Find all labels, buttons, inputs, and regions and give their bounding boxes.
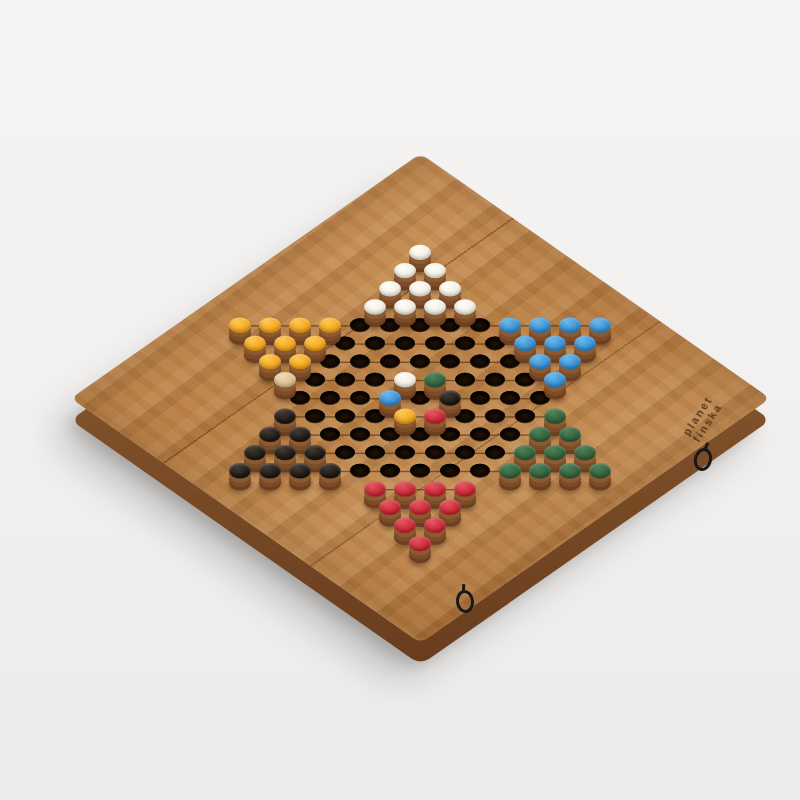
hole	[470, 427, 490, 441]
peg-blue[interactable]	[514, 336, 536, 351]
peg-green[interactable]	[544, 409, 566, 424]
hole	[440, 355, 460, 369]
hole	[365, 409, 385, 423]
hole	[350, 464, 370, 478]
peg-black[interactable]	[319, 463, 341, 478]
peg-white[interactable]	[409, 245, 431, 260]
peg-red[interactable]	[394, 518, 416, 533]
board-row	[410, 535, 430, 553]
hole	[425, 336, 445, 350]
hole	[515, 409, 535, 423]
peg-blue[interactable]	[499, 318, 521, 333]
board-row	[395, 262, 445, 280]
hole	[290, 391, 310, 405]
hole	[305, 409, 325, 423]
hole	[530, 391, 550, 405]
peg-blue[interactable]	[529, 318, 551, 333]
peg-yellow[interactable]	[289, 318, 311, 333]
hole	[320, 391, 340, 405]
hole	[455, 373, 475, 387]
peg-blue[interactable]	[559, 354, 581, 369]
peg-black[interactable]	[259, 427, 281, 442]
hole	[425, 446, 445, 460]
hole	[305, 373, 325, 387]
peg-yellow[interactable]	[394, 409, 416, 424]
board-row	[365, 298, 475, 316]
hole	[380, 427, 400, 441]
hole	[350, 318, 370, 332]
peg-green[interactable]	[499, 463, 521, 478]
hole	[380, 355, 400, 369]
hole	[470, 464, 490, 478]
hole	[500, 391, 520, 405]
hole	[500, 427, 520, 441]
peg-black[interactable]	[304, 445, 326, 460]
peg-white[interactable]	[409, 281, 431, 296]
product-photo: planet finska	[0, 0, 800, 800]
board-row	[380, 498, 460, 516]
hole	[410, 391, 430, 405]
hole	[380, 318, 400, 332]
board-row	[395, 516, 445, 534]
peg-green[interactable]	[559, 463, 581, 478]
peg-yellow[interactable]	[319, 318, 341, 333]
peg-blue[interactable]	[379, 390, 401, 405]
peg-white[interactable]	[394, 263, 416, 278]
peg-yellow[interactable]	[289, 354, 311, 369]
hole	[515, 373, 535, 387]
peg-green[interactable]	[529, 463, 551, 478]
peg-black[interactable]	[289, 463, 311, 478]
peg-red[interactable]	[424, 518, 446, 533]
hole	[395, 446, 415, 460]
peg-black[interactable]	[289, 427, 311, 442]
peg-black[interactable]	[439, 390, 461, 405]
peg-green[interactable]	[514, 445, 536, 460]
board-row	[380, 280, 460, 298]
peg-yellow[interactable]	[244, 336, 266, 351]
hole	[335, 409, 355, 423]
peg-red[interactable]	[409, 536, 431, 551]
peg-white[interactable]	[364, 299, 386, 314]
peg-green[interactable]	[544, 445, 566, 460]
board-row	[230, 462, 610, 480]
board-row	[275, 407, 565, 425]
peg-green[interactable]	[529, 427, 551, 442]
hole	[395, 336, 415, 350]
peg-blue[interactable]	[544, 372, 566, 387]
hole	[455, 409, 475, 423]
peg-green[interactable]	[574, 445, 596, 460]
hole	[455, 446, 475, 460]
hole	[470, 318, 490, 332]
hole	[380, 464, 400, 478]
peg-white[interactable]	[454, 299, 476, 314]
peg-blue[interactable]	[544, 336, 566, 351]
peg-red[interactable]	[439, 500, 461, 515]
hole	[485, 373, 505, 387]
hole	[350, 355, 370, 369]
peg-grid	[220, 243, 620, 552]
hole	[485, 446, 505, 460]
hole	[455, 336, 475, 350]
board-row	[365, 480, 475, 498]
board-row	[275, 371, 565, 389]
hole	[410, 318, 430, 332]
board-row	[245, 334, 595, 352]
board-row	[260, 425, 580, 443]
hole	[410, 355, 430, 369]
peg-black[interactable]	[244, 445, 266, 460]
peg-green[interactable]	[589, 463, 611, 478]
peg-green[interactable]	[424, 372, 446, 387]
hole	[470, 391, 490, 405]
peg-black[interactable]	[274, 445, 296, 460]
board-row	[290, 389, 550, 407]
hole	[440, 464, 460, 478]
hole	[410, 427, 430, 441]
peg-blue[interactable]	[589, 318, 611, 333]
hole	[470, 355, 490, 369]
hole	[365, 336, 385, 350]
peg-black[interactable]	[274, 409, 296, 424]
peg-yellow[interactable]	[274, 336, 296, 351]
board-row	[260, 353, 580, 371]
peg-red[interactable]	[409, 500, 431, 515]
peg-natural[interactable]	[274, 372, 296, 387]
hole	[320, 427, 340, 441]
peg-white[interactable]	[424, 263, 446, 278]
peg-red[interactable]	[424, 409, 446, 424]
hole	[320, 355, 340, 369]
hole	[500, 355, 520, 369]
peg-blue[interactable]	[559, 318, 581, 333]
peg-yellow[interactable]	[259, 318, 281, 333]
board-row	[245, 444, 595, 462]
peg-red[interactable]	[454, 481, 476, 496]
peg-yellow[interactable]	[304, 336, 326, 351]
peg-red[interactable]	[424, 481, 446, 496]
hole	[350, 427, 370, 441]
board-row	[410, 243, 430, 261]
hole	[440, 318, 460, 332]
peg-yellow[interactable]	[229, 318, 251, 333]
peg-white[interactable]	[439, 281, 461, 296]
peg-blue[interactable]	[529, 354, 551, 369]
peg-white[interactable]	[394, 299, 416, 314]
hole	[335, 446, 355, 460]
hole	[485, 409, 505, 423]
peg-yellow[interactable]	[259, 354, 281, 369]
board-row	[230, 316, 610, 334]
peg-green[interactable]	[559, 427, 581, 442]
peg-black[interactable]	[259, 463, 281, 478]
hole	[350, 391, 370, 405]
peg-white[interactable]	[394, 372, 416, 387]
hole	[335, 373, 355, 387]
peg-red[interactable]	[379, 500, 401, 515]
peg-white[interactable]	[424, 299, 446, 314]
peg-red[interactable]	[364, 481, 386, 496]
peg-red[interactable]	[394, 481, 416, 496]
peg-black[interactable]	[229, 463, 251, 478]
hole	[365, 373, 385, 387]
hole	[440, 427, 460, 441]
hole	[365, 446, 385, 460]
peg-blue[interactable]	[574, 336, 596, 351]
hole	[485, 336, 505, 350]
hole	[335, 336, 355, 350]
peg-white[interactable]	[379, 281, 401, 296]
hole	[410, 464, 430, 478]
